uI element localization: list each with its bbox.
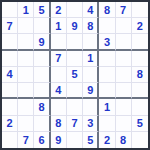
cell-r5c2[interactable] <box>18 67 34 83</box>
cell-r7c4[interactable] <box>51 99 67 115</box>
cell-r1c2[interactable]: 1 <box>18 2 34 18</box>
cell-r1c8[interactable]: 7 <box>116 2 132 18</box>
cell-r4c1[interactable] <box>2 51 18 67</box>
cell-r2c1[interactable]: 7 <box>2 18 18 34</box>
cell-r1c3[interactable]: 5 <box>34 2 50 18</box>
cell-r4c7[interactable] <box>99 51 115 67</box>
cell-r8c9[interactable]: 5 <box>132 116 148 132</box>
cell-r3c3[interactable]: 9 <box>34 34 50 50</box>
cell-r5c8[interactable] <box>116 67 132 83</box>
cell-r1c4[interactable]: 2 <box>51 2 67 18</box>
cell-r8c5[interactable]: 7 <box>67 116 83 132</box>
cell-r8c6[interactable]: 3 <box>83 116 99 132</box>
cell-r4c2[interactable] <box>18 51 34 67</box>
cell-r5c9[interactable]: 8 <box>132 67 148 83</box>
cell-r9c2[interactable]: 7 <box>18 132 34 148</box>
cell-r3c1[interactable] <box>2 34 18 50</box>
cell-r1c1[interactable] <box>2 2 18 18</box>
cell-r4c3[interactable] <box>34 51 50 67</box>
cell-r9c7[interactable]: 2 <box>99 132 115 148</box>
cell-r1c5[interactable] <box>67 2 83 18</box>
cell-r8c1[interactable]: 2 <box>2 116 18 132</box>
cell-r1c9[interactable] <box>132 2 148 18</box>
cell-r6c1[interactable] <box>2 83 18 99</box>
cell-r2c3[interactable] <box>34 18 50 34</box>
cell-r4c9[interactable] <box>132 51 148 67</box>
cell-r7c9[interactable] <box>132 99 148 115</box>
cell-r9c9[interactable] <box>132 132 148 148</box>
cell-r4c8[interactable] <box>116 51 132 67</box>
cell-r9c6[interactable]: 5 <box>83 132 99 148</box>
cell-r6c4[interactable]: 4 <box>51 83 67 99</box>
cell-r4c5[interactable] <box>67 51 83 67</box>
cell-r6c8[interactable] <box>116 83 132 99</box>
cell-r2c8[interactable] <box>116 18 132 34</box>
cell-r3c2[interactable] <box>18 34 34 50</box>
cell-r5c6[interactable] <box>83 67 99 83</box>
cell-r5c5[interactable]: 5 <box>67 67 83 83</box>
cell-r8c8[interactable] <box>116 116 132 132</box>
cell-r5c1[interactable]: 4 <box>2 67 18 83</box>
cell-r3c8[interactable] <box>116 34 132 50</box>
cell-r3c4[interactable] <box>51 34 67 50</box>
cell-r4c4[interactable]: 7 <box>51 51 67 67</box>
cell-r3c7[interactable]: 3 <box>99 34 115 50</box>
cell-r9c4[interactable]: 9 <box>51 132 67 148</box>
cell-r5c7[interactable] <box>99 67 115 83</box>
cell-r6c9[interactable] <box>132 83 148 99</box>
cell-r7c6[interactable] <box>83 99 99 115</box>
cell-r3c5[interactable] <box>67 34 83 50</box>
cell-r2c7[interactable] <box>99 18 115 34</box>
cell-r7c7[interactable]: 1 <box>99 99 115 115</box>
cell-r7c5[interactable] <box>67 99 83 115</box>
cell-r2c4[interactable]: 1 <box>51 18 67 34</box>
cell-r2c6[interactable]: 8 <box>83 18 99 34</box>
cell-r7c2[interactable] <box>18 99 34 115</box>
cell-r7c1[interactable] <box>2 99 18 115</box>
cell-r8c3[interactable] <box>34 116 50 132</box>
cell-r1c6[interactable]: 4 <box>83 2 99 18</box>
cell-r8c7[interactable] <box>99 116 115 132</box>
cell-r7c8[interactable] <box>116 99 132 115</box>
cell-r3c6[interactable] <box>83 34 99 50</box>
cell-r6c7[interactable] <box>99 83 115 99</box>
cell-r5c4[interactable] <box>51 67 67 83</box>
cell-r9c3[interactable]: 6 <box>34 132 50 148</box>
cell-r9c5[interactable] <box>67 132 83 148</box>
cell-r1c7[interactable]: 8 <box>99 2 115 18</box>
cell-r4c6[interactable]: 1 <box>83 51 99 67</box>
cell-r2c9[interactable]: 2 <box>132 18 148 34</box>
cell-r8c4[interactable]: 8 <box>51 116 67 132</box>
sudoku-board: 152487719829371458498128735769528 <box>0 0 150 150</box>
cell-r8c2[interactable] <box>18 116 34 132</box>
cell-r6c6[interactable]: 9 <box>83 83 99 99</box>
cell-r7c3[interactable]: 8 <box>34 99 50 115</box>
cell-r2c2[interactable] <box>18 18 34 34</box>
cell-r6c3[interactable] <box>34 83 50 99</box>
cell-r9c1[interactable] <box>2 132 18 148</box>
cell-r5c3[interactable] <box>34 67 50 83</box>
cell-r6c5[interactable] <box>67 83 83 99</box>
cell-r2c5[interactable]: 9 <box>67 18 83 34</box>
cell-r3c9[interactable] <box>132 34 148 50</box>
cell-r9c8[interactable]: 8 <box>116 132 132 148</box>
cell-r6c2[interactable] <box>18 83 34 99</box>
